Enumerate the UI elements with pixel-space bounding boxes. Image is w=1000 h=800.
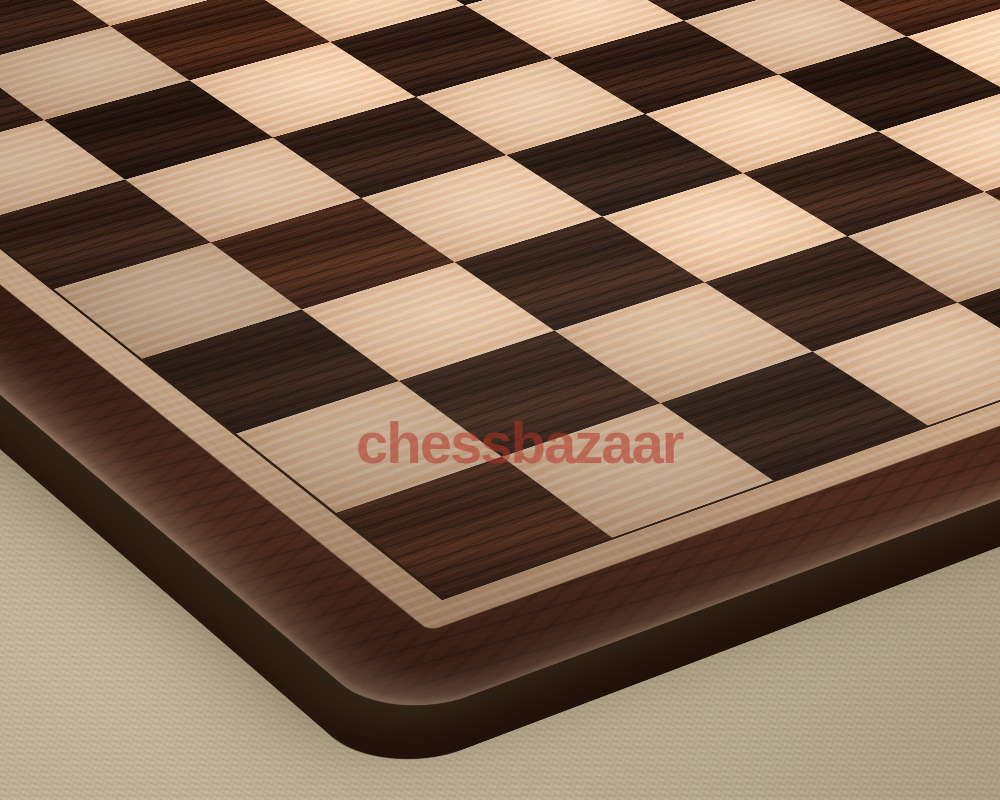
chess-board [0,0,1000,725]
product-photo: chessbazaar [0,0,1000,800]
board-grid [0,0,1000,600]
square-f1 [0,120,125,223]
